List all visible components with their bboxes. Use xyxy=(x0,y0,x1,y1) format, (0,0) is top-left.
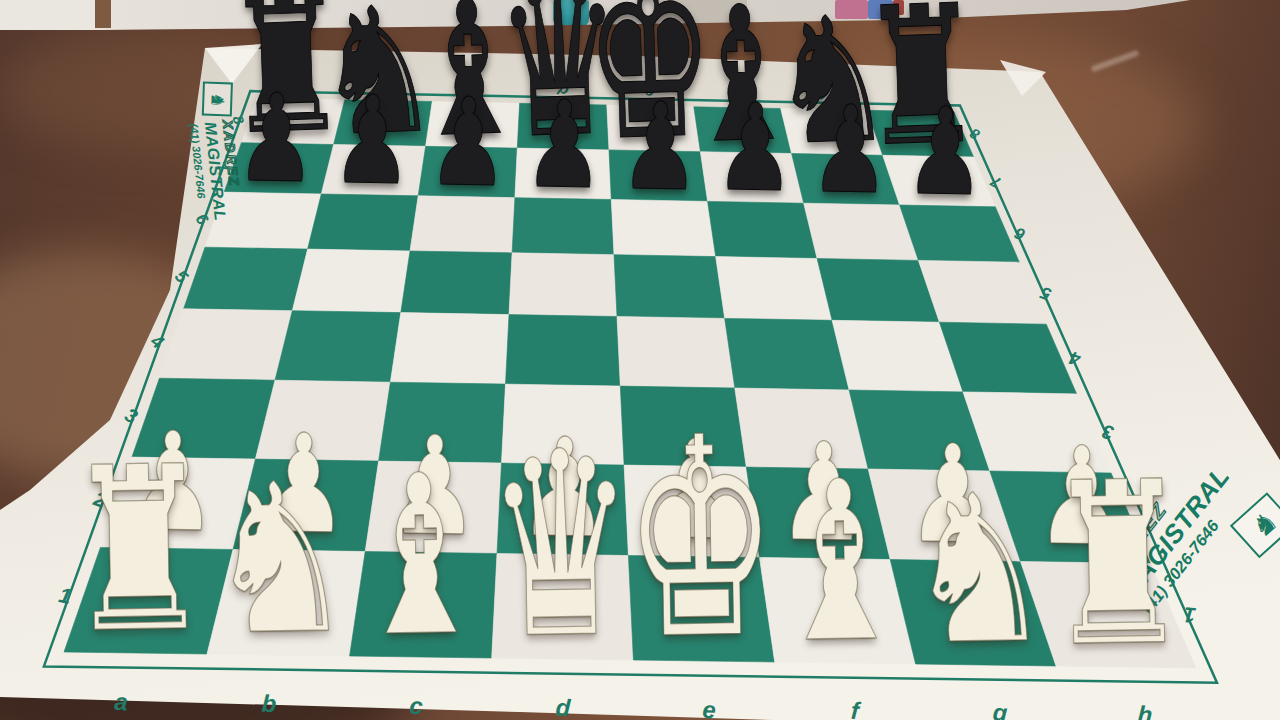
piece-black-pawn-b7[interactable]: ♟ xyxy=(331,80,413,202)
piece-white-bishop-c1[interactable]: ♝ xyxy=(351,446,489,668)
piece-white-knight-g1[interactable]: ♞ xyxy=(904,468,1054,675)
piece-white-queen-d1[interactable]: ♛ xyxy=(485,417,636,675)
chess-photo-scene: aabbccddeeffgghh1122334455667788 ♞ XADRE… xyxy=(0,0,1280,720)
piece-white-knight-b1[interactable]: ♞ xyxy=(204,456,355,665)
piece-black-pawn-c7[interactable]: ♟ xyxy=(427,82,509,204)
piece-white-bishop-f1[interactable]: ♝ xyxy=(771,452,909,674)
piece-white-rook-h1[interactable]: ♜ xyxy=(1043,452,1191,678)
piece-black-pawn-f7[interactable]: ♟ xyxy=(714,88,796,209)
piece-black-pawn-g7[interactable]: ♟ xyxy=(810,90,892,211)
piece-black-pawn-e7[interactable]: ♟ xyxy=(619,86,701,207)
piece-black-pawn-d7[interactable]: ♟ xyxy=(523,85,605,206)
piece-black-pawn-a7[interactable]: ♟ xyxy=(235,78,317,200)
piece-black-pawn-h7[interactable]: ♟ xyxy=(905,92,987,213)
pieces-layer: ♜♞♝♛♚♝♞♜♟♟♟♟♟♟♟♟♟♟♟♟♟♟♟♟♜♞♝♛♚♝♞♜ xyxy=(0,0,1280,720)
piece-white-rook-a1[interactable]: ♜ xyxy=(64,436,214,665)
piece-white-king-e1[interactable]: ♚ xyxy=(621,401,779,679)
